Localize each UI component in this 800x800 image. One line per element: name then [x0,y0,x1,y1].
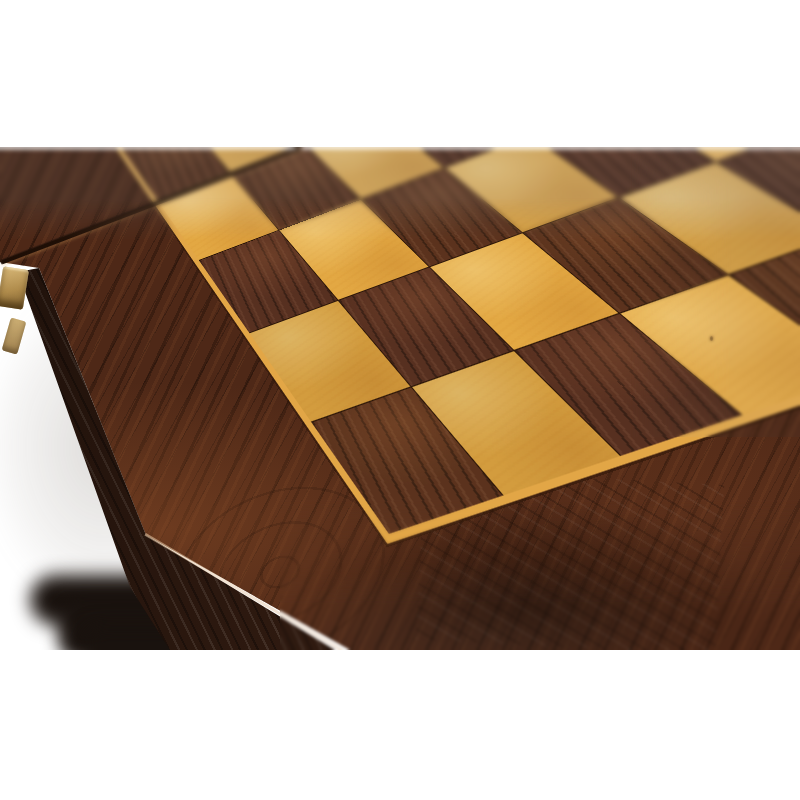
wood-knot [629,188,633,194]
chessboard [43,147,800,534]
board-square [92,147,188,149]
wood-knot [710,336,713,341]
product-photo [0,0,800,800]
photo-area [0,147,800,650]
